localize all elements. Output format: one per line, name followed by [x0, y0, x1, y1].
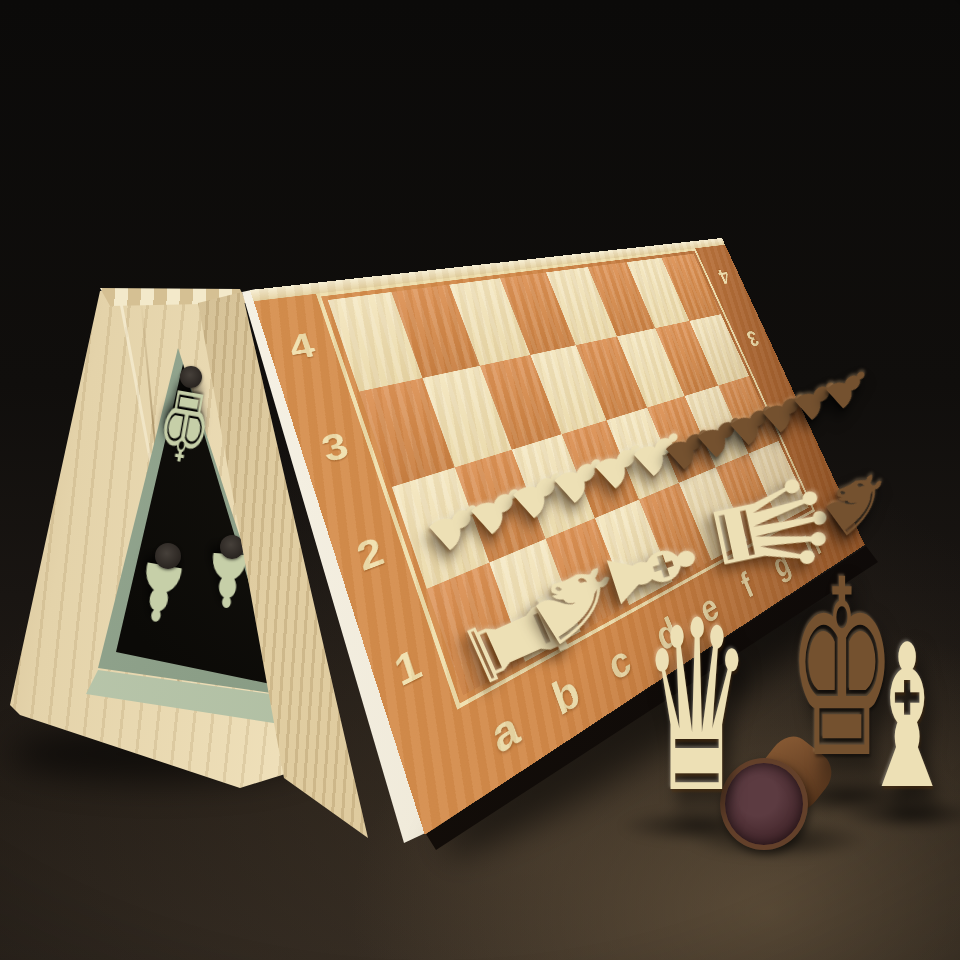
piece-white-queen: ♛ — [642, 590, 752, 826]
piece-white-bishop: ♝ — [858, 619, 956, 817]
table-pieces-layer: ♛♚♝ — [0, 0, 960, 960]
product-photo-scene: ♚♟♟ 4321 43 abcdefgh ♟♟♟♟♟♟♟♟♟♟♟♟♜♞♝♛♞ ♛… — [0, 0, 960, 960]
